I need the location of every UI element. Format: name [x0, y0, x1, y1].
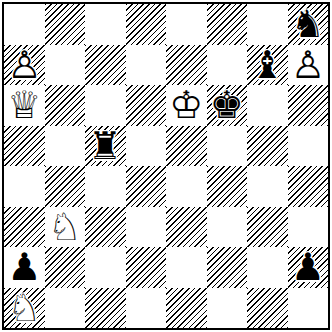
chess-diagram: ♞♞♟♙♝♝♟♙♛♕♚♔♚♚♜♜♞♘♟♟♟♟♞♘ [0, 0, 332, 332]
square-d8[interactable] [126, 4, 167, 45]
square-d3[interactable] [126, 207, 167, 248]
square-c5[interactable]: ♜♜ [85, 126, 126, 167]
piece-black-bishop: ♝ [247, 45, 288, 86]
square-f8[interactable] [207, 4, 248, 45]
square-e3[interactable] [166, 207, 207, 248]
square-c2[interactable] [85, 247, 126, 288]
piece-black-rook: ♜ [85, 126, 126, 167]
square-c3[interactable] [85, 207, 126, 248]
square-b4[interactable] [45, 166, 86, 207]
square-a2[interactable]: ♟♟ [4, 247, 45, 288]
square-f2[interactable] [207, 247, 248, 288]
square-h7[interactable]: ♟♙ [288, 45, 329, 86]
piece-white-pawn: ♙ [4, 45, 45, 86]
square-f7[interactable] [207, 45, 248, 86]
square-b3[interactable]: ♞♘ [45, 207, 86, 248]
white-knight-silhouette: ♞ [4, 288, 45, 329]
square-c6[interactable] [85, 85, 126, 126]
square-h2[interactable]: ♟♟ [288, 247, 329, 288]
white-pawn-silhouette: ♟ [288, 45, 329, 86]
square-h8[interactable]: ♞♞ [288, 4, 329, 45]
piece-white-pawn: ♙ [288, 45, 329, 86]
square-e2[interactable] [166, 247, 207, 288]
square-a7[interactable]: ♟♙ [4, 45, 45, 86]
black-pawn-silhouette: ♟ [4, 247, 45, 288]
square-g7[interactable]: ♝♝ [247, 45, 288, 86]
chess-board: ♞♞♟♙♝♝♟♙♛♕♚♔♚♚♜♜♞♘♟♟♟♟♞♘ [4, 4, 328, 328]
square-e6[interactable]: ♚♔ [166, 85, 207, 126]
piece-white-knight: ♘ [45, 207, 86, 248]
square-f6[interactable]: ♚♚ [207, 85, 248, 126]
square-f4[interactable] [207, 166, 248, 207]
piece-white-king: ♔ [166, 85, 207, 126]
square-d2[interactable] [126, 247, 167, 288]
square-g6[interactable] [247, 85, 288, 126]
square-h1[interactable] [288, 288, 329, 329]
square-a6[interactable]: ♛♕ [4, 85, 45, 126]
square-e8[interactable] [166, 4, 207, 45]
square-f1[interactable] [207, 288, 248, 329]
piece-black-pawn: ♟ [288, 247, 329, 288]
square-h3[interactable] [288, 207, 329, 248]
square-h4[interactable] [288, 166, 329, 207]
piece-black-king: ♚ [207, 85, 248, 126]
piece-white-queen: ♕ [4, 85, 45, 126]
piece-black-knight: ♞ [288, 4, 329, 45]
square-g3[interactable] [247, 207, 288, 248]
square-b7[interactable] [45, 45, 86, 86]
piece-black-pawn: ♟ [4, 247, 45, 288]
square-b2[interactable] [45, 247, 86, 288]
white-pawn-silhouette: ♟ [4, 45, 45, 86]
square-g4[interactable] [247, 166, 288, 207]
square-g8[interactable] [247, 4, 288, 45]
black-bishop-silhouette: ♝ [247, 45, 288, 86]
square-e5[interactable] [166, 126, 207, 167]
square-b8[interactable] [45, 4, 86, 45]
black-pawn-silhouette: ♟ [288, 247, 329, 288]
square-c1[interactable] [85, 288, 126, 329]
square-e1[interactable] [166, 288, 207, 329]
square-a8[interactable] [4, 4, 45, 45]
square-d5[interactable] [126, 126, 167, 167]
board-frame: ♞♞♟♙♝♝♟♙♛♕♚♔♚♚♜♜♞♘♟♟♟♟♞♘ [2, 2, 330, 330]
white-queen-silhouette: ♛ [4, 85, 45, 126]
square-g2[interactable] [247, 247, 288, 288]
white-knight-silhouette: ♞ [45, 207, 86, 248]
square-h5[interactable] [288, 126, 329, 167]
square-h6[interactable] [288, 85, 329, 126]
square-d1[interactable] [126, 288, 167, 329]
square-c8[interactable] [85, 4, 126, 45]
square-a1[interactable]: ♞♘ [4, 288, 45, 329]
square-a3[interactable] [4, 207, 45, 248]
square-e4[interactable] [166, 166, 207, 207]
square-f5[interactable] [207, 126, 248, 167]
white-king-silhouette: ♚ [166, 85, 207, 126]
black-king-silhouette: ♚ [207, 85, 248, 126]
piece-white-knight: ♘ [4, 288, 45, 329]
square-d6[interactable] [126, 85, 167, 126]
square-g1[interactable] [247, 288, 288, 329]
square-d4[interactable] [126, 166, 167, 207]
square-a5[interactable] [4, 126, 45, 167]
square-c4[interactable] [85, 166, 126, 207]
square-b5[interactable] [45, 126, 86, 167]
black-knight-silhouette: ♞ [288, 4, 329, 45]
square-d7[interactable] [126, 45, 167, 86]
square-b1[interactable] [45, 288, 86, 329]
square-a4[interactable] [4, 166, 45, 207]
square-b6[interactable] [45, 85, 86, 126]
square-f3[interactable] [207, 207, 248, 248]
square-c7[interactable] [85, 45, 126, 86]
square-e7[interactable] [166, 45, 207, 86]
black-rook-silhouette: ♜ [85, 126, 126, 167]
square-g5[interactable] [247, 126, 288, 167]
